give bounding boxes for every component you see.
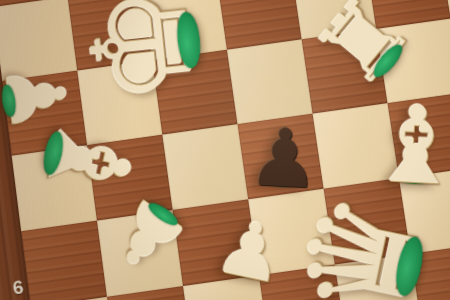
white-bishop-standing[interactable]: ♝: [360, 89, 450, 200]
white-bishop-standing-glyph: ♝: [360, 89, 450, 200]
chessboard-photo: 6 ♚♜♟♝♟♟♟♝♛: [0, 0, 450, 300]
pieces-layer: ♚♜♟♝♟♟♟♝♛: [0, 0, 450, 300]
white-king-fallen[interactable]: ♚: [68, 0, 215, 119]
